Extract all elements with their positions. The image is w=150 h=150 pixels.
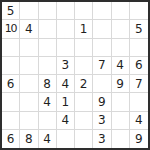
cell-r7c1[interactable] xyxy=(2,112,20,130)
cell-r1c1[interactable]: 5 xyxy=(2,2,20,20)
cell-r8c7[interactable] xyxy=(112,130,130,148)
cell-r4c2[interactable] xyxy=(20,57,38,75)
puzzle-board: 510415374668429741943468439 xyxy=(0,0,150,150)
cell-r3c3[interactable] xyxy=(39,39,57,57)
cell-r5c6[interactable] xyxy=(93,75,111,93)
cell-r2c3[interactable] xyxy=(39,20,57,38)
cell-r2c6[interactable] xyxy=(93,20,111,38)
cell-r6c7[interactable] xyxy=(112,93,130,111)
cell-r8c5[interactable] xyxy=(75,130,93,148)
cell-r6c2[interactable] xyxy=(20,93,38,111)
cell-r6c1[interactable] xyxy=(2,93,20,111)
cell-r4c1[interactable] xyxy=(2,57,20,75)
cell-r6c8[interactable] xyxy=(130,93,148,111)
cell-r8c6[interactable]: 3 xyxy=(93,130,111,148)
cell-r7c2[interactable] xyxy=(20,112,38,130)
cell-r8c3[interactable]: 4 xyxy=(39,130,57,148)
cell-r6c6[interactable]: 9 xyxy=(93,93,111,111)
cell-r1c7[interactable] xyxy=(112,2,130,20)
cell-r2c2[interactable]: 4 xyxy=(20,20,38,38)
cell-r7c7[interactable] xyxy=(112,112,130,130)
cell-r4c6[interactable]: 7 xyxy=(93,57,111,75)
cell-r4c4[interactable]: 3 xyxy=(57,57,75,75)
cell-r5c7[interactable]: 9 xyxy=(112,75,130,93)
cell-r8c4[interactable] xyxy=(57,130,75,148)
cell-r1c4[interactable] xyxy=(57,2,75,20)
cell-r4c5[interactable] xyxy=(75,57,93,75)
cell-r5c1[interactable]: 6 xyxy=(2,75,20,93)
cell-r6c3[interactable]: 4 xyxy=(39,93,57,111)
cell-r4c3[interactable] xyxy=(39,57,57,75)
cell-r2c7[interactable] xyxy=(112,20,130,38)
cell-r6c5[interactable] xyxy=(75,93,93,111)
cell-r5c8[interactable]: 7 xyxy=(130,75,148,93)
cell-r8c1[interactable]: 6 xyxy=(2,130,20,148)
cell-r7c8[interactable]: 4 xyxy=(130,112,148,130)
cell-r4c8[interactable]: 6 xyxy=(130,57,148,75)
cell-r6c4[interactable]: 1 xyxy=(57,93,75,111)
cell-r3c1[interactable] xyxy=(2,39,20,57)
cell-r2c5[interactable]: 1 xyxy=(75,20,93,38)
cell-r2c1[interactable]: 10 xyxy=(2,20,20,38)
cell-r7c3[interactable] xyxy=(39,112,57,130)
cell-r7c4[interactable]: 4 xyxy=(57,112,75,130)
cell-r3c2[interactable] xyxy=(20,39,38,57)
cell-r5c5[interactable]: 2 xyxy=(75,75,93,93)
cell-r8c8[interactable]: 9 xyxy=(130,130,148,148)
cell-r1c8[interactable] xyxy=(130,2,148,20)
cell-r3c5[interactable] xyxy=(75,39,93,57)
cell-r1c2[interactable] xyxy=(20,2,38,20)
cell-r5c3[interactable]: 8 xyxy=(39,75,57,93)
cell-r7c6[interactable]: 3 xyxy=(93,112,111,130)
cell-r2c8[interactable]: 5 xyxy=(130,20,148,38)
cell-r5c2[interactable] xyxy=(20,75,38,93)
cell-r3c7[interactable] xyxy=(112,39,130,57)
cell-r3c6[interactable] xyxy=(93,39,111,57)
cell-r1c5[interactable] xyxy=(75,2,93,20)
cell-r3c4[interactable] xyxy=(57,39,75,57)
cell-r4c7[interactable]: 4 xyxy=(112,57,130,75)
cell-r3c8[interactable] xyxy=(130,39,148,57)
cell-r2c4[interactable] xyxy=(57,20,75,38)
cell-r7c5[interactable] xyxy=(75,112,93,130)
cell-r5c4[interactable]: 4 xyxy=(57,75,75,93)
cell-r1c6[interactable] xyxy=(93,2,111,20)
cell-r8c2[interactable]: 8 xyxy=(20,130,38,148)
cell-r1c3[interactable] xyxy=(39,2,57,20)
